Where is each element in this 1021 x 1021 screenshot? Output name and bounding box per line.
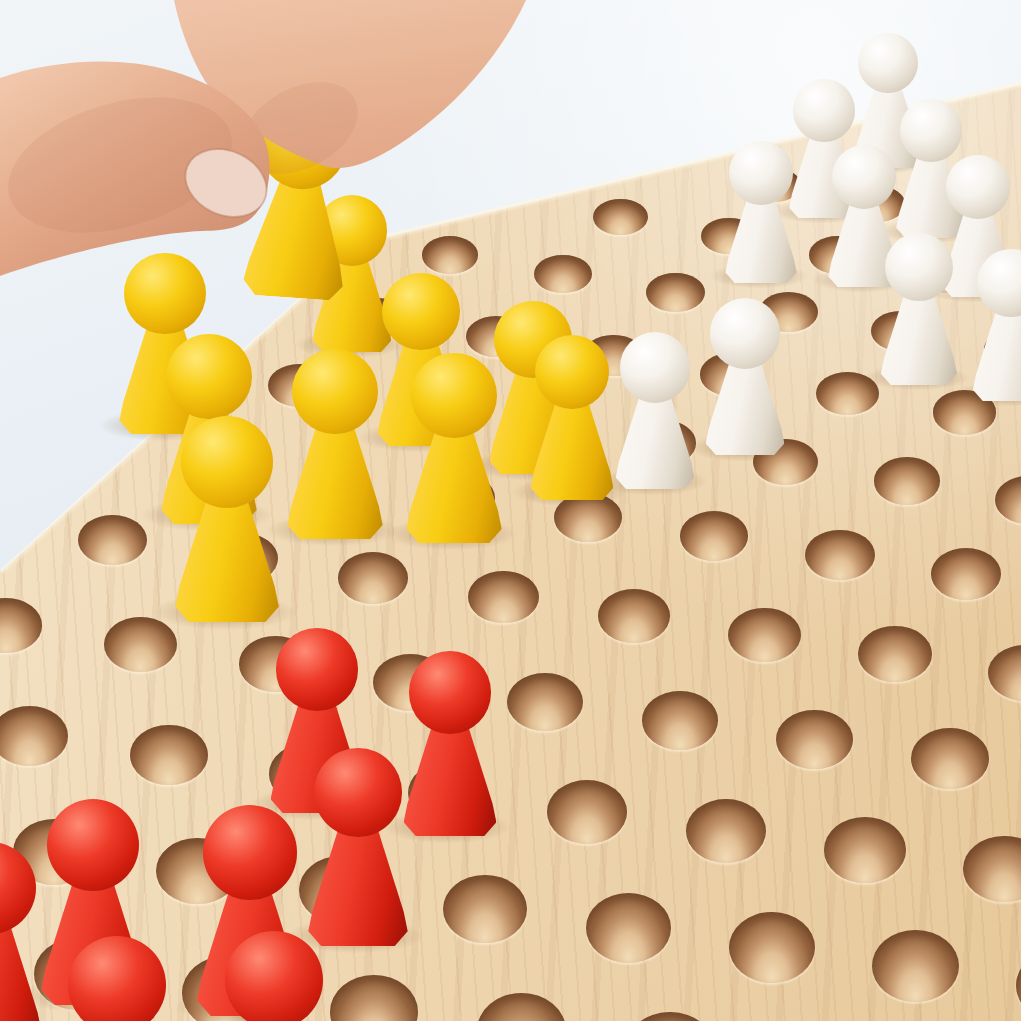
photo-scene bbox=[0, 0, 1021, 1021]
hand bbox=[0, 0, 1021, 1021]
